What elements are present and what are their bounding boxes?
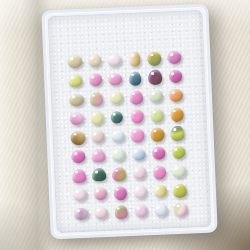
gem-r6c5 xyxy=(152,147,166,161)
gem-cell xyxy=(165,67,186,87)
gem-r4c6 xyxy=(170,107,184,122)
gem-cell xyxy=(169,162,190,182)
gem-r6c3 xyxy=(112,148,126,162)
gem-cell xyxy=(149,162,170,182)
gem-r1c1 xyxy=(67,55,83,69)
gem-r7c1 xyxy=(72,168,87,183)
gem-r9c4 xyxy=(134,204,148,218)
gem-cell xyxy=(150,200,171,220)
gem-cell xyxy=(166,105,187,125)
photo-scene xyxy=(0,0,250,250)
gem-cell xyxy=(110,183,131,203)
gem-cell xyxy=(85,70,106,90)
gem-cell xyxy=(70,204,91,224)
gem-r3c4 xyxy=(129,90,143,105)
gem-r5c6 xyxy=(170,126,185,142)
gem-cell xyxy=(168,143,189,163)
gem-r9c5 xyxy=(154,204,168,218)
gem-cell xyxy=(146,86,167,106)
gem-cell xyxy=(147,124,168,144)
gem-r1c2 xyxy=(88,54,102,68)
gem-r5c1 xyxy=(70,130,86,145)
gem-r8c4 xyxy=(133,185,147,199)
gem-r3c1 xyxy=(68,93,83,106)
gem-r2c2 xyxy=(88,73,102,87)
gem-r4c1 xyxy=(70,112,85,126)
gem-cell xyxy=(66,109,87,129)
gem-r2c6 xyxy=(168,70,182,84)
gem-r5c4 xyxy=(130,128,145,143)
gem-cell xyxy=(107,126,128,146)
gem-r2c3 xyxy=(108,73,122,86)
gem-cell xyxy=(67,128,88,148)
gem-cell xyxy=(128,144,149,164)
gem-cell xyxy=(129,163,150,183)
gem-cell xyxy=(146,105,167,125)
gem-cell xyxy=(126,87,147,107)
gem-cell xyxy=(90,184,111,204)
gem-r9c6 xyxy=(173,202,188,217)
gem-r4c5 xyxy=(150,108,164,123)
gem-cell xyxy=(69,166,90,186)
gem-r1c5 xyxy=(147,51,162,66)
gem-cell xyxy=(126,106,147,126)
gem-cell xyxy=(144,48,165,68)
gem-r3c5 xyxy=(149,90,164,104)
gem-cell xyxy=(70,185,91,205)
gem-cell xyxy=(110,202,131,222)
gem-cell xyxy=(90,203,111,223)
gem-r2c5 xyxy=(148,70,163,86)
gem-r8c5 xyxy=(153,185,167,199)
gem-r4c3 xyxy=(111,111,123,123)
gem-cell xyxy=(64,52,85,72)
gem-r1c6 xyxy=(167,51,182,65)
foam-insert xyxy=(48,10,212,233)
gem-cell xyxy=(127,125,148,145)
gem-cell xyxy=(68,147,89,167)
gem-cell xyxy=(106,88,127,108)
gem-cell xyxy=(84,51,105,71)
gem-cell xyxy=(88,146,109,166)
gem-cell xyxy=(124,49,145,69)
gem-cell xyxy=(170,181,191,201)
gem-r9c2 xyxy=(94,207,107,220)
gem-r6c1 xyxy=(71,150,86,164)
gem-r5c3 xyxy=(111,130,124,143)
gem-cell xyxy=(164,48,185,68)
gem-r7c6 xyxy=(172,165,187,179)
gem-r9c1 xyxy=(73,207,88,220)
gem-r2c4 xyxy=(129,71,142,85)
gem-r8c1 xyxy=(73,188,88,202)
gem-cell xyxy=(167,124,188,144)
gem-cell xyxy=(130,201,151,221)
gem-r5c5 xyxy=(150,127,165,142)
gem-r9c3 xyxy=(114,205,128,220)
gem-display-box xyxy=(41,4,217,240)
gem-r3c2 xyxy=(89,92,103,107)
gem-r7c5 xyxy=(152,165,166,180)
gem-r6c6 xyxy=(172,146,186,160)
gem-r1c3 xyxy=(107,54,121,67)
gem-cell xyxy=(106,107,127,127)
gem-cell xyxy=(108,145,129,165)
gem-cell xyxy=(65,71,86,91)
gem-cell xyxy=(66,90,87,110)
gem-r7c4 xyxy=(132,166,146,180)
gem-r2c1 xyxy=(68,74,83,88)
gem-cell xyxy=(125,68,146,88)
gem-cell xyxy=(109,164,130,184)
gem-r5c2 xyxy=(91,130,105,144)
gem-cell xyxy=(148,143,169,163)
gem-r4c4 xyxy=(130,109,144,124)
gem-r6c4 xyxy=(132,148,145,161)
gem-cell xyxy=(130,182,151,202)
gem-r8c2 xyxy=(93,187,107,201)
gem-cell xyxy=(166,86,187,106)
gem-cell xyxy=(89,165,110,185)
gem-r7c2 xyxy=(92,168,107,182)
gem-r8c6 xyxy=(173,183,188,198)
gem-cell xyxy=(104,50,125,70)
gem-grid xyxy=(64,48,191,224)
gem-r3c6 xyxy=(169,89,184,103)
gem-cell xyxy=(145,67,166,87)
gem-r1c4 xyxy=(129,52,141,67)
gem-r4c2 xyxy=(90,111,104,126)
gem-r6c2 xyxy=(91,149,106,163)
gem-cell xyxy=(86,108,107,128)
gem-r3c3 xyxy=(109,91,123,105)
gem-cell xyxy=(87,127,108,147)
gem-cell xyxy=(86,89,107,109)
gem-cell xyxy=(170,200,191,220)
gem-cell xyxy=(105,69,126,89)
gem-r8c3 xyxy=(113,186,127,201)
gem-r7c3 xyxy=(112,167,127,182)
gem-cell xyxy=(150,181,171,201)
